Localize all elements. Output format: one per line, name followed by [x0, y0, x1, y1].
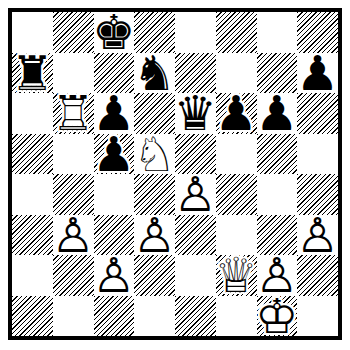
square-a7[interactable]: ♜ [12, 53, 53, 94]
piece-black-rook-a7[interactable]: ♜ [12, 53, 53, 94]
black-knight-glyph: ♞ [133, 49, 176, 97]
square-g4[interactable] [257, 174, 298, 215]
piece-white-pawn-h3[interactable]: ♟♙ [297, 215, 338, 256]
piece-white-pawn-e4[interactable]: ♟♙ [175, 174, 216, 215]
piece-black-pawn-f6[interactable]: ♟ [216, 93, 257, 134]
piece-white-pawn-d3[interactable]: ♟♙ [134, 215, 175, 256]
square-h5[interactable] [297, 134, 338, 175]
square-c2[interactable]: ♟♙ [94, 255, 135, 296]
square-h1[interactable] [297, 296, 338, 337]
square-g1[interactable]: ♚♔ [257, 296, 298, 337]
piece-black-pawn-h7[interactable]: ♟ [297, 53, 338, 94]
white-pawn-outline-glyph: ♙ [296, 211, 339, 259]
square-a5[interactable] [12, 134, 53, 175]
black-pawn-glyph: ♟ [296, 49, 339, 97]
black-rook-glyph: ♜ [11, 49, 54, 97]
square-d1[interactable] [134, 296, 175, 337]
white-knight-outline-glyph: ♘ [133, 130, 176, 178]
square-b1[interactable] [53, 296, 94, 337]
chess-diagram-page: ♚♜♞♟♜♖♟♛♟♟♟♞♘♟♙♟♙♟♙♟♙♟♙♛♕♟♙♚♔ [0, 0, 350, 350]
black-queen-glyph: ♛ [174, 89, 217, 137]
square-a3[interactable] [12, 215, 53, 256]
square-e8[interactable] [175, 12, 216, 53]
square-f6[interactable]: ♟ [216, 93, 257, 134]
piece-black-king-c8[interactable]: ♚ [94, 12, 135, 53]
square-f2[interactable]: ♛♕ [216, 255, 257, 296]
white-king-outline-glyph: ♔ [255, 292, 298, 340]
square-e6[interactable]: ♛ [175, 93, 216, 134]
square-a4[interactable] [12, 174, 53, 215]
square-a1[interactable] [12, 296, 53, 337]
white-pawn-outline-glyph: ♙ [174, 170, 217, 218]
square-d3[interactable]: ♟♙ [134, 215, 175, 256]
square-f4[interactable] [216, 174, 257, 215]
black-pawn-glyph: ♟ [255, 89, 298, 137]
piece-black-knight-d7[interactable]: ♞ [134, 53, 175, 94]
piece-black-queen-e6[interactable]: ♛ [175, 93, 216, 134]
piece-black-pawn-c5[interactable]: ♟ [94, 134, 135, 175]
chessboard: ♚♜♞♟♜♖♟♛♟♟♟♞♘♟♙♟♙♟♙♟♙♟♙♛♕♟♙♚♔ [12, 12, 338, 336]
piece-white-rook-b6[interactable]: ♜♖ [53, 93, 94, 134]
square-a2[interactable] [12, 255, 53, 296]
square-b8[interactable] [53, 12, 94, 53]
piece-white-pawn-b3[interactable]: ♟♙ [53, 215, 94, 256]
square-c8[interactable]: ♚ [94, 12, 135, 53]
square-h7[interactable]: ♟ [297, 53, 338, 94]
white-queen-outline-glyph: ♕ [215, 251, 258, 299]
square-d7[interactable]: ♞ [134, 53, 175, 94]
square-c5[interactable]: ♟ [94, 134, 135, 175]
square-b3[interactable]: ♟♙ [53, 215, 94, 256]
white-rook-outline-glyph: ♖ [52, 89, 95, 137]
square-d5[interactable]: ♞♘ [134, 134, 175, 175]
square-f8[interactable] [216, 12, 257, 53]
chessboard-frame: ♚♜♞♟♜♖♟♛♟♟♟♞♘♟♙♟♙♟♙♟♙♟♙♛♕♟♙♚♔ [8, 8, 342, 340]
square-e2[interactable] [175, 255, 216, 296]
piece-white-pawn-c2[interactable]: ♟♙ [94, 255, 135, 296]
white-pawn-outline-glyph: ♙ [52, 211, 95, 259]
piece-black-pawn-g6[interactable]: ♟ [257, 93, 298, 134]
piece-white-king-g1[interactable]: ♚♔ [257, 296, 298, 337]
black-pawn-glyph: ♟ [215, 89, 258, 137]
square-b6[interactable]: ♜♖ [53, 93, 94, 134]
square-g8[interactable] [257, 12, 298, 53]
white-pawn-outline-glyph: ♙ [133, 211, 176, 259]
piece-white-knight-d5[interactable]: ♞♘ [134, 134, 175, 175]
white-pawn-outline-glyph: ♙ [92, 251, 135, 299]
black-king-glyph: ♚ [92, 8, 135, 56]
square-g6[interactable]: ♟ [257, 93, 298, 134]
square-h3[interactable]: ♟♙ [297, 215, 338, 256]
black-pawn-glyph: ♟ [92, 130, 135, 178]
piece-white-queen-f2[interactable]: ♛♕ [216, 255, 257, 296]
square-e4[interactable]: ♟♙ [175, 174, 216, 215]
square-e1[interactable] [175, 296, 216, 337]
